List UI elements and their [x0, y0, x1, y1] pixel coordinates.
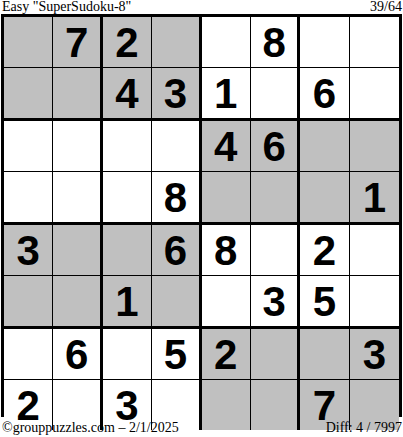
cell-r6c6: 3 — [251, 276, 300, 329]
cell-r4c7 — [300, 172, 349, 225]
cell-r7c4: 5 — [152, 329, 201, 380]
cell-r2c3: 4 — [103, 68, 152, 121]
cell-r5c1: 3 — [4, 225, 53, 276]
difficulty-text: Diff: 4 / 7997 — [326, 420, 402, 435]
cell-r1c6: 8 — [251, 17, 300, 68]
cell-r2c6 — [251, 68, 300, 121]
cell-r6c3: 1 — [103, 276, 152, 329]
cell-r3c5: 4 — [202, 121, 251, 172]
cell-r5c3 — [103, 225, 152, 276]
cell-r1c1 — [4, 17, 53, 68]
cell-r6c4 — [152, 276, 201, 329]
puzzle-title: Easy "SuperSudoku-8" — [2, 0, 131, 13]
cell-r4c4: 8 — [152, 172, 201, 225]
cell-r6c8 — [350, 276, 399, 329]
cell-r3c1 — [4, 121, 53, 172]
cell-r2c1 — [4, 68, 53, 121]
cell-r1c5 — [202, 17, 251, 68]
cell-r6c1 — [4, 276, 53, 329]
cell-r6c5 — [202, 276, 251, 329]
cell-r3c4 — [152, 121, 201, 172]
cell-r6c2 — [53, 276, 102, 329]
cell-r7c5: 2 — [202, 329, 251, 380]
cell-r7c1 — [4, 329, 53, 380]
cell-r4c2 — [53, 172, 102, 225]
cell-r4c6 — [251, 172, 300, 225]
cell-r5c4: 6 — [152, 225, 201, 276]
cell-r3c2 — [53, 121, 102, 172]
cell-r2c4: 3 — [152, 68, 201, 121]
cell-r3c7 — [300, 121, 349, 172]
cell-r5c8 — [350, 225, 399, 276]
cell-r3c8 — [350, 121, 399, 172]
cell-r4c5 — [202, 172, 251, 225]
cell-r1c4 — [152, 17, 201, 68]
cell-r4c3 — [103, 172, 152, 225]
cell-r5c5: 8 — [202, 225, 251, 276]
cell-r6c7: 5 — [300, 276, 349, 329]
cell-r3c6: 6 — [251, 121, 300, 172]
cell-r3c3 — [103, 121, 152, 172]
sudoku-board: 7284316468136821356523237 — [1, 14, 402, 417]
cell-r2c8 — [350, 68, 399, 121]
cell-r5c7: 2 — [300, 225, 349, 276]
cell-r5c2 — [53, 225, 102, 276]
remaining-counter: 39/64 — [370, 0, 402, 13]
cell-r2c2 — [53, 68, 102, 121]
footer: ©grouppuzzles.com – 2/1/2025 Diff: 4 / 7… — [2, 420, 402, 437]
cell-r1c2: 7 — [53, 17, 102, 68]
cell-r1c3: 2 — [103, 17, 152, 68]
cell-r7c3 — [103, 329, 152, 380]
cell-r2c5: 1 — [202, 68, 251, 121]
cell-r7c7 — [300, 329, 349, 380]
cell-r2c7: 6 — [300, 68, 349, 121]
cell-r4c8: 1 — [350, 172, 399, 225]
cell-r5c6 — [251, 225, 300, 276]
cell-r1c7 — [300, 17, 349, 68]
cell-r4c1 — [4, 172, 53, 225]
cell-r7c6 — [251, 329, 300, 380]
cell-r1c8 — [350, 17, 399, 68]
cell-r7c8: 3 — [350, 329, 399, 380]
copyright-text: ©grouppuzzles.com – 2/1/2025 — [2, 420, 179, 435]
header: Easy "SuperSudoku-8" 39/64 — [2, 0, 402, 14]
cell-r7c2: 6 — [53, 329, 102, 380]
